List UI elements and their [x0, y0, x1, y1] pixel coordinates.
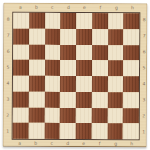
square-h5[interactable]: [123, 61, 139, 77]
square-b1[interactable]: [28, 123, 44, 139]
rank-label-left-3: 3: [4, 92, 12, 108]
square-g4[interactable]: [107, 76, 123, 92]
square-g8[interactable]: [108, 13, 124, 29]
square-f2[interactable]: [91, 108, 107, 124]
rank-label-right-1: 1: [140, 124, 148, 140]
square-d5[interactable]: [60, 60, 76, 76]
square-f6[interactable]: [92, 45, 108, 61]
square-b4[interactable]: [29, 76, 45, 92]
file-labels-bottom: abcdefgh: [12, 141, 140, 148]
square-e1[interactable]: [76, 123, 92, 139]
square-e3[interactable]: [76, 92, 92, 108]
square-c7[interactable]: [45, 29, 61, 45]
square-d2[interactable]: [60, 107, 76, 123]
square-h3[interactable]: [123, 92, 139, 108]
square-b7[interactable]: [29, 29, 45, 45]
square-a2[interactable]: [13, 107, 29, 123]
file-label-bottom-g: g: [108, 141, 124, 147]
file-label-top-g: g: [108, 5, 124, 11]
square-a1[interactable]: [13, 123, 29, 139]
file-label-bottom-d: d: [60, 141, 76, 147]
file-label-top-h: h: [124, 5, 140, 11]
square-h4[interactable]: [123, 76, 139, 92]
board-squares: [12, 12, 141, 141]
square-f4[interactable]: [92, 76, 108, 92]
square-a7[interactable]: [13, 28, 29, 44]
file-label-top-e: e: [76, 5, 92, 11]
square-b8[interactable]: [29, 13, 45, 29]
square-b2[interactable]: [28, 107, 44, 123]
square-a4[interactable]: [13, 76, 29, 92]
rank-label-left-7: 7: [4, 28, 12, 44]
file-label-bottom-h: h: [124, 141, 140, 147]
file-label-top-f: f: [92, 5, 108, 11]
square-e6[interactable]: [76, 45, 92, 61]
rank-label-right-7: 7: [140, 28, 148, 44]
square-e8[interactable]: [76, 13, 92, 29]
square-c5[interactable]: [44, 60, 60, 76]
square-g6[interactable]: [108, 45, 124, 61]
rank-label-left-4: 4: [4, 76, 12, 92]
square-g7[interactable]: [108, 29, 124, 45]
square-b5[interactable]: [29, 60, 45, 76]
square-e4[interactable]: [76, 76, 92, 92]
square-h7[interactable]: [123, 29, 139, 45]
square-d3[interactable]: [60, 92, 76, 108]
rank-label-left-6: 6: [4, 44, 12, 60]
board-photo: abcdefgh abcdefgh 87654321 87654321: [0, 0, 150, 150]
square-e7[interactable]: [76, 29, 92, 45]
square-g5[interactable]: [107, 60, 123, 76]
square-a6[interactable]: [13, 44, 29, 60]
rank-label-right-8: 8: [140, 12, 148, 28]
file-label-top-b: b: [28, 5, 44, 11]
square-a3[interactable]: [13, 91, 29, 107]
file-label-top-c: c: [44, 5, 60, 11]
square-d8[interactable]: [60, 13, 76, 29]
square-f8[interactable]: [92, 13, 108, 29]
square-d6[interactable]: [60, 44, 76, 60]
square-h1[interactable]: [123, 124, 139, 140]
square-b6[interactable]: [29, 44, 45, 60]
file-label-bottom-e: e: [76, 141, 92, 147]
square-d4[interactable]: [60, 76, 76, 92]
square-h2[interactable]: [123, 108, 139, 124]
square-c2[interactable]: [44, 107, 60, 123]
chess-board: abcdefgh abcdefgh 87654321 87654321: [3, 3, 148, 148]
square-f7[interactable]: [92, 29, 108, 45]
file-label-top-d: d: [60, 5, 76, 11]
square-c3[interactable]: [44, 92, 60, 108]
square-g1[interactable]: [107, 123, 123, 139]
square-e5[interactable]: [76, 60, 92, 76]
rank-label-left-2: 2: [4, 108, 12, 124]
rank-label-left-1: 1: [4, 124, 12, 140]
square-c6[interactable]: [45, 44, 61, 60]
rank-label-right-5: 5: [140, 60, 148, 76]
square-e2[interactable]: [76, 108, 92, 124]
square-f5[interactable]: [92, 60, 108, 76]
square-g2[interactable]: [107, 108, 123, 124]
square-a5[interactable]: [13, 60, 29, 76]
square-g3[interactable]: [107, 92, 123, 108]
square-b3[interactable]: [29, 92, 45, 108]
rank-label-right-3: 3: [140, 92, 148, 108]
rank-labels-right: 87654321: [140, 12, 149, 140]
square-d7[interactable]: [60, 29, 76, 45]
square-c4[interactable]: [44, 76, 60, 92]
file-label-top-a: a: [12, 5, 28, 11]
file-labels-top: abcdefgh: [12, 5, 140, 12]
rank-label-right-2: 2: [140, 108, 148, 124]
rank-label-right-6: 6: [140, 44, 148, 60]
file-label-bottom-f: f: [92, 141, 108, 147]
square-h8[interactable]: [123, 13, 139, 29]
file-label-bottom-b: b: [28, 141, 44, 147]
square-c8[interactable]: [45, 13, 61, 29]
file-label-bottom-c: c: [44, 141, 60, 147]
square-f3[interactable]: [92, 92, 108, 108]
rank-label-left-5: 5: [4, 60, 12, 76]
square-h6[interactable]: [123, 45, 139, 61]
square-c1[interactable]: [44, 123, 60, 139]
rank-label-left-8: 8: [4, 12, 12, 28]
square-d1[interactable]: [60, 123, 76, 139]
rank-label-right-4: 4: [140, 76, 148, 92]
square-a8[interactable]: [13, 13, 29, 29]
square-f1[interactable]: [91, 123, 107, 139]
file-label-bottom-a: a: [12, 141, 28, 147]
